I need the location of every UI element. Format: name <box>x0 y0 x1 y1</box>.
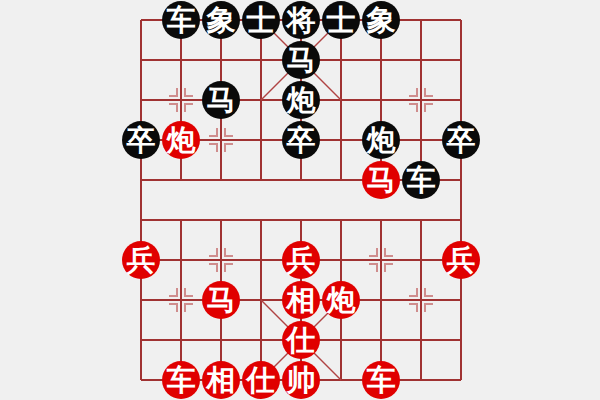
piece-red-cannon[interactable]: 炮 <box>162 121 200 159</box>
piece-black-soldier[interactable]: 卒 <box>442 121 480 159</box>
piece-black-elephant[interactable]: 象 <box>362 1 400 39</box>
piece-black-cannon[interactable]: 炮 <box>282 81 320 119</box>
piece-red-horse[interactable]: 马 <box>362 161 400 199</box>
piece-black-advisor[interactable]: 士 <box>242 1 280 39</box>
piece-black-chariot[interactable]: 车 <box>162 1 200 39</box>
piece-black-cannon[interactable]: 炮 <box>362 121 400 159</box>
piece-black-horse[interactable]: 马 <box>282 41 320 79</box>
piece-red-horse[interactable]: 马 <box>202 281 240 319</box>
piece-red-general[interactable]: 帅 <box>282 361 320 399</box>
piece-black-chariot[interactable]: 车 <box>402 161 440 199</box>
piece-black-general[interactable]: 将 <box>282 1 320 39</box>
piece-red-elephant[interactable]: 相 <box>202 361 240 399</box>
piece-black-horse[interactable]: 马 <box>202 81 240 119</box>
piece-red-soldier[interactable]: 兵 <box>282 241 320 279</box>
piece-red-soldier[interactable]: 兵 <box>442 241 480 279</box>
pieces-layer: 车象士将士象马马炮卒炮卒炮卒马车兵兵兵马相炮仕车相仕帅车 <box>0 0 600 400</box>
piece-red-advisor[interactable]: 仕 <box>242 361 280 399</box>
piece-black-elephant[interactable]: 象 <box>202 1 240 39</box>
piece-red-elephant[interactable]: 相 <box>282 281 320 319</box>
piece-red-cannon[interactable]: 炮 <box>322 281 360 319</box>
piece-black-soldier[interactable]: 卒 <box>282 121 320 159</box>
xiangqi-app: 车象士将士象马马炮卒炮卒炮卒马车兵兵兵马相炮仕车相仕帅车 <box>0 0 600 400</box>
piece-black-soldier[interactable]: 卒 <box>122 121 160 159</box>
piece-red-chariot[interactable]: 车 <box>162 361 200 399</box>
piece-black-advisor[interactable]: 士 <box>322 1 360 39</box>
piece-red-chariot[interactable]: 车 <box>362 361 400 399</box>
piece-red-soldier[interactable]: 兵 <box>122 241 160 279</box>
piece-red-advisor[interactable]: 仕 <box>282 321 320 359</box>
